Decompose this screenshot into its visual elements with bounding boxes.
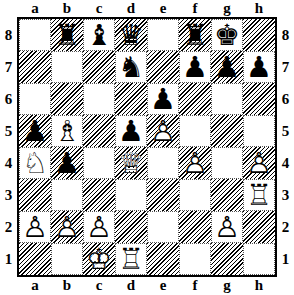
square-a7[interactable] — [19, 51, 51, 83]
square-g5[interactable] — [211, 115, 243, 147]
square-a6[interactable] — [19, 83, 51, 115]
black-rook: ♜ — [51, 19, 83, 51]
square-d4[interactable]: ♛♕ — [115, 147, 147, 179]
square-d5[interactable]: ♟ — [115, 115, 147, 147]
square-g3[interactable] — [211, 179, 243, 211]
square-h3[interactable]: ♜♖ — [243, 179, 275, 211]
square-b6[interactable] — [51, 83, 83, 115]
square-c3[interactable] — [83, 179, 115, 211]
black-queen: ♛ — [115, 19, 147, 51]
square-b1[interactable] — [51, 243, 83, 275]
rank-label-8: 8 — [0, 19, 17, 51]
white-pawn-body: ♟ — [147, 115, 179, 147]
square-b7[interactable] — [51, 51, 83, 83]
file-label-a: a — [19, 277, 51, 295]
square-g6[interactable] — [211, 83, 243, 115]
square-e8[interactable] — [147, 19, 179, 51]
rank-label-2: 2 — [277, 211, 294, 243]
rank-label-7: 7 — [277, 51, 294, 83]
rank-labels-left: 87654321 — [0, 19, 17, 275]
square-e2[interactable] — [147, 211, 179, 243]
square-a8[interactable] — [19, 19, 51, 51]
white-pawn-body: ♟ — [83, 211, 115, 243]
black-king: ♚ — [211, 19, 243, 51]
rank-label-1: 1 — [0, 243, 17, 275]
square-d1[interactable]: ♜♖ — [115, 243, 147, 275]
square-b2[interactable]: ♟♙ — [51, 211, 83, 243]
square-g4[interactable] — [211, 147, 243, 179]
white-king-body: ♚ — [83, 243, 115, 275]
square-b3[interactable] — [51, 179, 83, 211]
square-g1[interactable] — [211, 243, 243, 275]
file-label-g: g — [211, 0, 243, 17]
square-h1[interactable] — [243, 243, 275, 275]
square-h7[interactable]: ♟ — [243, 51, 275, 83]
white-knight: ♘ — [19, 147, 51, 179]
square-f5[interactable] — [179, 115, 211, 147]
square-g2[interactable]: ♟♙ — [211, 211, 243, 243]
file-labels-bottom: abcdefgh — [19, 277, 275, 295]
square-e6[interactable]: ♟ — [147, 83, 179, 115]
file-label-g: g — [211, 277, 243, 295]
square-c7[interactable] — [83, 51, 115, 83]
square-d7[interactable]: ♞ — [115, 51, 147, 83]
white-pawn: ♙ — [83, 211, 115, 243]
square-e4[interactable] — [147, 147, 179, 179]
rank-label-6: 6 — [277, 83, 294, 115]
rank-label-4: 4 — [277, 147, 294, 179]
square-g8[interactable]: ♚ — [211, 19, 243, 51]
file-label-b: b — [51, 277, 83, 295]
square-g7[interactable]: ♟ — [211, 51, 243, 83]
square-e1[interactable] — [147, 243, 179, 275]
file-label-c: c — [83, 277, 115, 295]
square-e7[interactable] — [147, 51, 179, 83]
white-rook-body: ♜ — [115, 243, 147, 275]
file-label-h: h — [243, 277, 275, 295]
white-bishop-body: ♝ — [51, 115, 83, 147]
white-king: ♔ — [83, 243, 115, 275]
white-bishop: ♗ — [51, 115, 83, 147]
square-a1[interactable] — [19, 243, 51, 275]
rank-label-5: 5 — [277, 115, 294, 147]
file-label-f: f — [179, 277, 211, 295]
rank-label-1: 1 — [277, 243, 294, 275]
rank-label-4: 4 — [0, 147, 17, 179]
rank-label-6: 6 — [0, 83, 17, 115]
black-pawn: ♟ — [19, 115, 51, 147]
square-d2[interactable] — [115, 211, 147, 243]
square-h6[interactable] — [243, 83, 275, 115]
square-f3[interactable] — [179, 179, 211, 211]
square-a5[interactable]: ♟ — [19, 115, 51, 147]
square-d3[interactable] — [115, 179, 147, 211]
file-label-f: f — [179, 0, 211, 17]
file-label-e: e — [147, 0, 179, 17]
square-b5[interactable]: ♝♗ — [51, 115, 83, 147]
white-pawn: ♙ — [51, 211, 83, 243]
square-b8[interactable]: ♜ — [51, 19, 83, 51]
rank-labels-right: 87654321 — [277, 19, 294, 275]
rank-label-3: 3 — [277, 179, 294, 211]
rank-label-7: 7 — [0, 51, 17, 83]
square-d8[interactable]: ♛ — [115, 19, 147, 51]
file-labels-top: abcdefgh — [19, 0, 275, 17]
rank-label-3: 3 — [0, 179, 17, 211]
black-pawn: ♟ — [147, 83, 179, 115]
white-pawn: ♙ — [179, 147, 211, 179]
rank-label-5: 5 — [0, 115, 17, 147]
white-queen: ♕ — [115, 147, 147, 179]
square-c8[interactable]: ♝ — [83, 19, 115, 51]
square-h8[interactable] — [243, 19, 275, 51]
file-label-e: e — [147, 277, 179, 295]
file-label-d: d — [115, 0, 147, 17]
square-c2[interactable]: ♟♙ — [83, 211, 115, 243]
white-pawn: ♙ — [19, 211, 51, 243]
black-bishop: ♝ — [83, 19, 115, 51]
white-pawn: ♙ — [243, 147, 275, 179]
file-label-b: b — [51, 0, 83, 17]
square-a2[interactable]: ♟♙ — [19, 211, 51, 243]
white-pawn-body: ♟ — [179, 147, 211, 179]
square-f6[interactable] — [179, 83, 211, 115]
white-rook-body: ♜ — [243, 179, 275, 211]
white-pawn: ♙ — [211, 211, 243, 243]
file-label-h: h — [243, 0, 275, 17]
square-e3[interactable] — [147, 179, 179, 211]
square-c5[interactable] — [83, 115, 115, 147]
square-d6[interactable] — [115, 83, 147, 115]
rank-label-2: 2 — [0, 211, 17, 243]
square-f7[interactable]: ♟ — [179, 51, 211, 83]
chess-diagram: abcdefgh 87654321 ♜♝♛♜♚♞♟♟♟♟♟♝♗♟♟♙♞♘♟♛♕♟… — [0, 0, 293, 295]
black-pawn: ♟ — [211, 51, 243, 83]
black-knight: ♞ — [115, 51, 147, 83]
square-f1[interactable] — [179, 243, 211, 275]
square-f2[interactable] — [179, 211, 211, 243]
black-pawn: ♟ — [51, 147, 83, 179]
file-label-c: c — [83, 0, 115, 17]
white-pawn: ♙ — [147, 115, 179, 147]
white-knight-body: ♞ — [19, 147, 51, 179]
square-a4[interactable]: ♞♘ — [19, 147, 51, 179]
square-f8[interactable]: ♜ — [179, 19, 211, 51]
square-h2[interactable] — [243, 211, 275, 243]
black-pawn: ♟ — [243, 51, 275, 83]
square-h4[interactable]: ♟♙ — [243, 147, 275, 179]
square-a3[interactable] — [19, 179, 51, 211]
white-pawn-body: ♟ — [211, 211, 243, 243]
white-pawn-body: ♟ — [51, 211, 83, 243]
square-h5[interactable] — [243, 115, 275, 147]
white-pawn-body: ♟ — [19, 211, 51, 243]
black-rook: ♜ — [179, 19, 211, 51]
square-e5[interactable]: ♟♙ — [147, 115, 179, 147]
square-b4[interactable]: ♟ — [51, 147, 83, 179]
file-label-a: a — [19, 0, 51, 17]
square-c6[interactable] — [83, 83, 115, 115]
square-c1[interactable]: ♚♔ — [83, 243, 115, 275]
square-c4[interactable] — [83, 147, 115, 179]
square-f4[interactable]: ♟♙ — [179, 147, 211, 179]
rank-label-8: 8 — [277, 19, 294, 51]
file-label-d: d — [115, 277, 147, 295]
white-pawn-body: ♟ — [243, 147, 275, 179]
black-pawn: ♟ — [115, 115, 147, 147]
chess-board: ♜♝♛♜♚♞♟♟♟♟♟♝♗♟♟♙♞♘♟♛♕♟♙♟♙♜♖♟♙♟♙♟♙♟♙♚♔♜♖ — [17, 17, 277, 277]
black-pawn: ♟ — [179, 51, 211, 83]
white-queen-body: ♛ — [115, 147, 147, 179]
white-rook: ♖ — [243, 179, 275, 211]
white-rook: ♖ — [115, 243, 147, 275]
